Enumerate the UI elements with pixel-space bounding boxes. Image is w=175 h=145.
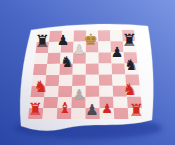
square-f7[interactable] [98,41,111,52]
piece-black-knight-h5[interactable]: ♞ [124,56,137,74]
square-b1[interactable] [42,108,57,119]
piece-black-knight-c5[interactable]: ♞ [60,53,73,71]
square-b2[interactable] [43,97,58,108]
square-e4[interactable] [86,75,100,86]
chess-photo-stage: ♜♟♟♚♜♟♞♞♞♞♟♜♝♟♟♜ [0,0,175,145]
square-e6[interactable] [86,53,99,64]
piece-red-pawn-f1[interactable]: ♟ [101,101,113,116]
square-g5[interactable] [112,64,126,75]
square-g1[interactable] [114,108,129,119]
piece-red-knight-a3[interactable]: ♞ [34,77,48,96]
square-f8[interactable] [98,30,111,41]
square-d1[interactable] [71,108,86,119]
piece-black-pawn-c7[interactable]: ♟ [57,32,70,48]
chess-scene: ♜♟♟♚♜♟♞♞♞♞♟♜♝♟♟♜ [0,0,175,145]
piece-black-rook-h7[interactable]: ♜ [121,30,136,50]
piece-red-rook-a1[interactable]: ♜ [27,99,42,119]
square-f5[interactable] [99,64,112,75]
square-c4[interactable] [59,75,73,86]
piece-black-rook-a7[interactable]: ♜ [34,31,49,51]
piece-gray-pawn-d2[interactable]: ♟ [73,87,85,102]
square-f6[interactable] [99,52,112,63]
square-b6[interactable] [47,53,61,64]
square-e5[interactable] [86,64,99,75]
square-d4[interactable] [72,75,86,86]
piece-gold-king-e7[interactable]: ♚ [84,30,98,49]
square-e3[interactable] [86,86,100,97]
square-f4[interactable] [99,75,113,86]
piece-black-pawn-g6[interactable]: ♟ [111,44,124,60]
square-f3[interactable] [99,86,113,97]
square-d5[interactable] [73,64,86,75]
piece-red-bishop-c1[interactable]: ♝ [58,99,71,117]
square-a6[interactable] [34,53,48,64]
piece-red-knight-h3[interactable]: ♞ [123,80,137,99]
piece-dark-gray-pawn-e1[interactable]: ♟ [85,101,98,119]
piece-red-rook-h1[interactable]: ♜ [128,100,143,120]
square-a5[interactable] [33,64,47,75]
square-c3[interactable] [58,86,72,97]
square-b5[interactable] [46,64,60,75]
